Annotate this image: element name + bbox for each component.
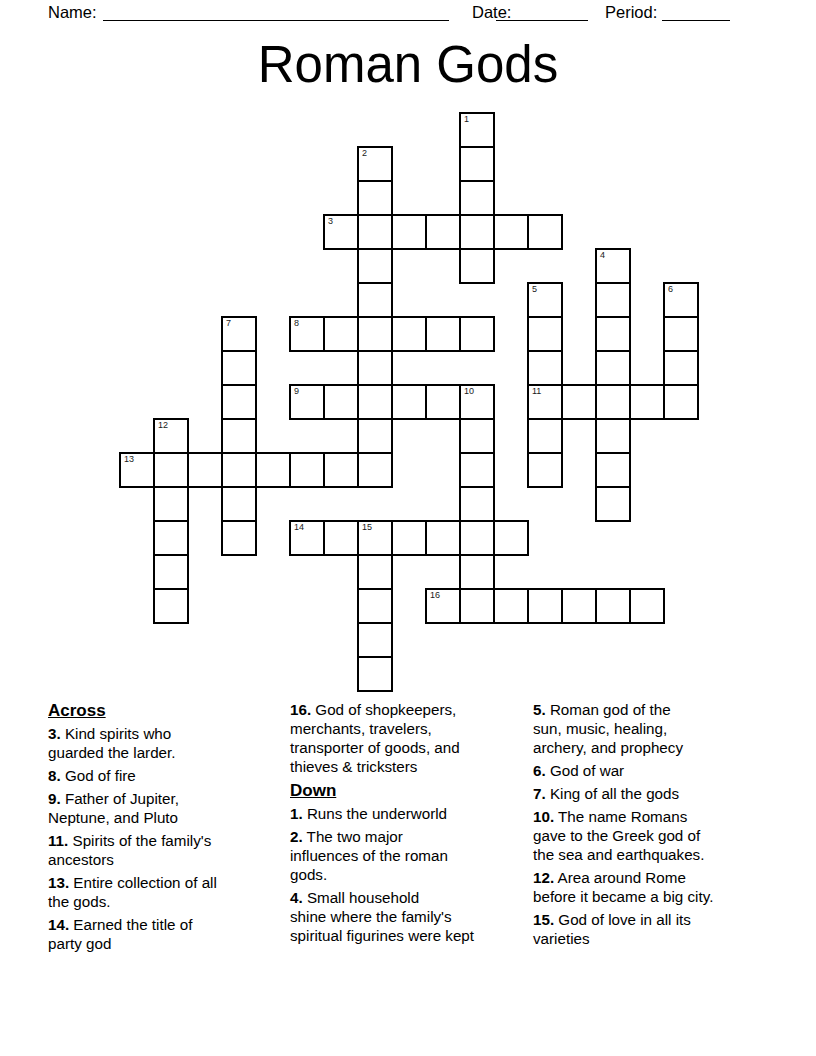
grid-cell[interactable]: 1 (459, 112, 495, 148)
clue-number: 2. (290, 828, 303, 845)
grid-cell[interactable] (493, 588, 529, 624)
cell-number: 10 (464, 386, 474, 397)
grid-cell[interactable] (153, 520, 189, 556)
grid-cell[interactable] (221, 384, 257, 420)
grid-cell[interactable] (425, 384, 461, 420)
clue-number: 10. (533, 808, 554, 825)
clue-14: 14. Earned the title of party god (48, 915, 288, 953)
grid-cell[interactable] (459, 214, 495, 250)
grid-cell[interactable]: 7 (221, 316, 257, 352)
clue-10: 10. The name Romans gave to the Greek go… (533, 807, 778, 864)
grid-cell[interactable]: 13 (119, 452, 155, 488)
cell-number: 4 (600, 250, 605, 261)
grid-cell[interactable] (663, 350, 699, 386)
grid-cell[interactable]: 2 (357, 146, 393, 182)
down-header: Down (290, 780, 535, 801)
period-line[interactable] (662, 4, 730, 21)
grid-cell[interactable] (357, 656, 393, 692)
clue-number: 6. (533, 762, 546, 779)
grid-cell[interactable] (425, 520, 461, 556)
grid-cell[interactable] (187, 452, 223, 488)
grid-cell[interactable] (323, 316, 359, 352)
grid-cell[interactable]: 9 (289, 384, 325, 420)
grid-cell[interactable] (357, 180, 393, 216)
grid-cell[interactable] (595, 418, 631, 454)
clue-16: 16. God of shopkeepers, merchants, trave… (290, 700, 535, 776)
cell-number: 11 (532, 386, 541, 397)
cell-number: 12 (158, 420, 168, 431)
grid-cell[interactable] (493, 214, 529, 250)
clue-3: 3. Kind spirits who guarded the larder. (48, 724, 288, 762)
grid-cell[interactable]: 3 (323, 214, 359, 250)
grid-cell[interactable]: 15 (357, 520, 393, 556)
grid-cell[interactable] (663, 316, 699, 352)
grid-cell[interactable] (459, 180, 495, 216)
grid-cell[interactable] (459, 418, 495, 454)
grid-cell[interactable] (425, 214, 461, 250)
clue-8: 8. God of fire (48, 766, 288, 785)
cell-number: 16 (430, 590, 440, 601)
grid-cell[interactable] (527, 350, 563, 386)
grid-cell[interactable] (357, 350, 393, 386)
grid-cell[interactable] (527, 418, 563, 454)
grid-cell[interactable] (459, 452, 495, 488)
clue-number: 11. (48, 832, 68, 849)
grid-cell[interactable] (527, 452, 563, 488)
grid-cell[interactable] (459, 486, 495, 522)
period-label: Period: (605, 3, 657, 22)
clue-number: 13. (48, 874, 69, 891)
clue-1: 1. Runs the underworld (290, 804, 535, 823)
clue-6: 6. God of war (533, 761, 778, 780)
grid-cell[interactable] (323, 520, 359, 556)
clue-number: 16. (290, 701, 311, 718)
grid-cell[interactable] (221, 418, 257, 454)
grid-cell[interactable] (595, 486, 631, 522)
grid-cell[interactable] (561, 588, 597, 624)
clue-number: 12. (533, 869, 554, 886)
grid-cell[interactable] (357, 554, 393, 590)
grid-cell[interactable] (595, 452, 631, 488)
grid-cell[interactable] (323, 384, 359, 420)
cell-number: 8 (294, 318, 299, 329)
grid-cell[interactable] (595, 282, 631, 318)
grid-cell[interactable]: 11 (527, 384, 563, 420)
grid-cell[interactable] (629, 588, 665, 624)
cell-number: 15 (362, 522, 372, 533)
cell-number: 1 (464, 114, 469, 125)
grid-cell[interactable] (527, 316, 563, 352)
grid-cell[interactable] (153, 452, 189, 488)
grid-cell[interactable] (391, 214, 427, 250)
grid-cell[interactable] (357, 282, 393, 318)
name-line[interactable] (103, 4, 449, 21)
clue-number: 3. (48, 725, 61, 742)
grid-cell[interactable] (391, 384, 427, 420)
grid-cell[interactable] (357, 452, 393, 488)
grid-cell[interactable]: 8 (289, 316, 325, 352)
name-label: Name: (48, 3, 97, 22)
grid-cell[interactable] (459, 248, 495, 284)
grid-cell[interactable] (459, 316, 495, 352)
grid-cell[interactable]: 14 (289, 520, 325, 556)
cell-number: 5 (532, 284, 537, 295)
puzzle-title: Roman Gods (0, 37, 816, 93)
cell-number: 9 (294, 386, 299, 397)
clues-column-3: 5. Roman god of the sun, music, healing,… (533, 700, 778, 952)
clues-column-2: 16. God of shopkeepers, merchants, trave… (290, 700, 535, 949)
grid-cell[interactable]: 16 (425, 588, 461, 624)
clue-number: 7. (533, 785, 546, 802)
worksheet: Name: Date: Period: Roman Gods 123456789… (0, 0, 816, 1056)
grid-cell[interactable] (663, 384, 699, 420)
clue-13: 13. Entire collection of all the gods. (48, 873, 288, 911)
grid-cell[interactable] (595, 350, 631, 386)
clue-4: 4. Small household shine where the famil… (290, 888, 535, 945)
grid-cell[interactable] (357, 622, 393, 658)
grid-cell[interactable] (357, 418, 393, 454)
grid-cell[interactable] (595, 316, 631, 352)
clue-number: 5. (533, 701, 546, 718)
grid-cell[interactable] (289, 452, 325, 488)
grid-cell[interactable] (153, 554, 189, 590)
grid-cell[interactable] (527, 214, 563, 250)
clue-15: 15. God of love in all its varieties (533, 910, 778, 948)
cell-number: 3 (328, 216, 333, 227)
grid-cell[interactable] (391, 520, 427, 556)
grid-cell[interactable] (425, 316, 461, 352)
cell-number: 2 (362, 148, 367, 159)
clue-number: 15. (533, 911, 554, 928)
grid-cell[interactable] (221, 350, 257, 386)
grid-cell[interactable] (357, 588, 393, 624)
grid-cell[interactable] (221, 486, 257, 522)
clues-column-1: Across3. Kind spirits who guarded the la… (48, 700, 288, 957)
grid-cell[interactable] (595, 384, 631, 420)
clue-number: 8. (48, 767, 61, 784)
grid-cell[interactable] (357, 316, 393, 352)
cell-number: 7 (226, 318, 231, 329)
grid-cell[interactable] (629, 384, 665, 420)
grid-cell[interactable] (221, 520, 257, 556)
grid-cell[interactable] (459, 588, 495, 624)
clue-number: 4. (290, 889, 303, 906)
grid-cell[interactable]: 12 (153, 418, 189, 454)
grid-cell[interactable] (459, 520, 495, 556)
grid-cell[interactable]: 6 (663, 282, 699, 318)
clue-12: 12. Area around Rome before it became a … (533, 868, 778, 906)
grid-cell[interactable] (357, 248, 393, 284)
grid-cell[interactable] (153, 588, 189, 624)
grid-cell[interactable] (391, 316, 427, 352)
grid-cell[interactable] (357, 384, 393, 420)
date-line[interactable] (496, 4, 588, 21)
grid-cell[interactable]: 10 (459, 384, 495, 420)
grid-cell[interactable] (221, 452, 257, 488)
cell-number: 14 (294, 522, 304, 533)
grid-cell[interactable] (595, 588, 631, 624)
grid-cell[interactable]: 4 (595, 248, 631, 284)
cell-number: 6 (668, 284, 673, 295)
grid-cell[interactable] (323, 452, 359, 488)
grid-cell[interactable] (459, 554, 495, 590)
grid-cell[interactable] (493, 520, 529, 556)
across-header: Across (48, 700, 288, 721)
clue-11: 11. Spirits of the family's ancestors (48, 831, 288, 869)
grid-cell[interactable] (459, 146, 495, 182)
clue-5: 5. Roman god of the sun, music, healing,… (533, 700, 778, 757)
clue-7: 7. King of all the gods (533, 784, 778, 803)
cell-number: 13 (124, 454, 134, 465)
grid-cell[interactable]: 5 (527, 282, 563, 318)
grid-cell[interactable] (153, 486, 189, 522)
grid-cell[interactable] (561, 384, 597, 420)
grid-cell[interactable] (357, 214, 393, 250)
grid-cell[interactable] (527, 588, 563, 624)
clue-number: 9. (48, 790, 61, 807)
clue-2: 2. The two major influences of the roman… (290, 827, 535, 884)
grid-cell[interactable] (255, 452, 291, 488)
crossword-grid: 12345678910111213141516 (119, 112, 699, 692)
clue-number: 14. (48, 916, 69, 933)
clue-9: 9. Father of Jupiter, Neptune, and Pluto (48, 789, 288, 827)
clue-number: 1. (290, 805, 303, 822)
